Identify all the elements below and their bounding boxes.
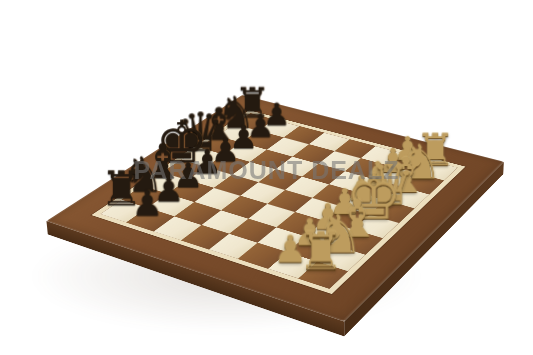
piece-gold-rook: ♜	[270, 225, 371, 277]
board-square: ♟	[127, 208, 175, 231]
board-square: ♜	[298, 261, 348, 288]
perspective-scene: ♜♟♟♜♞♟♟♞♝♟♟♝♛♟♟♛♚♟♟♚♝♟♟♝♞♟♟♞♜♟♟♜	[0, 0, 533, 355]
piece-dark-pawn: ♟	[101, 186, 195, 222]
board-frame: ♜♟♟♜♞♟♟♞♝♟♟♝♛♟♟♛♚♟♟♚♝♟♟♝♞♟♟♞♜♟♟♜	[46, 95, 503, 322]
product-photo-stage: ♜♟♟♜♞♟♟♞♝♟♟♝♛♟♟♛♚♟♟♚♝♟♟♝♞♟♟♞♜♟♟♜ PARAMOU…	[0, 0, 533, 355]
chess-board: ♜♟♟♜♞♟♟♞♝♟♟♝♛♟♟♛♚♟♟♚♝♟♟♝♞♟♟♞♜♟♟♜	[46, 95, 503, 322]
